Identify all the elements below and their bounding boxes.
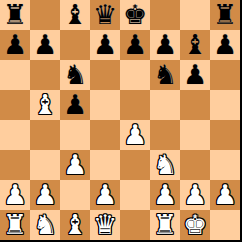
- square-a7[interactable]: ♟: [0, 30, 30, 60]
- square-f4[interactable]: [150, 120, 180, 150]
- square-f2[interactable]: ♟: [150, 180, 180, 210]
- square-e4[interactable]: ♟: [120, 120, 150, 150]
- piece-black-bishop: ♝: [63, 0, 87, 30]
- square-h2[interactable]: ♟: [210, 180, 240, 210]
- square-a6[interactable]: [0, 60, 30, 90]
- square-b6[interactable]: [30, 60, 60, 90]
- square-h1[interactable]: [210, 210, 240, 240]
- square-f8[interactable]: [150, 0, 180, 30]
- piece-black-queen: ♛: [93, 0, 117, 30]
- piece-white-rook: ♜: [153, 210, 177, 240]
- square-b2[interactable]: ♟: [30, 180, 60, 210]
- square-a2[interactable]: ♟: [0, 180, 30, 210]
- chess-board-container: ♜♝♛♚♜♟♟♟♟♟♝♟♞♞♟♝♟♟♟♞♟♟♟♟♟♟♜♞♝♛♜♚: [0, 0, 242, 242]
- square-e3[interactable]: [120, 150, 150, 180]
- square-d3[interactable]: [90, 150, 120, 180]
- square-f5[interactable]: [150, 90, 180, 120]
- square-h5[interactable]: [210, 90, 240, 120]
- square-e8[interactable]: ♚: [120, 0, 150, 30]
- square-d8[interactable]: ♛: [90, 0, 120, 30]
- piece-black-pawn: ♟: [123, 30, 147, 60]
- square-d4[interactable]: [90, 120, 120, 150]
- square-b4[interactable]: [30, 120, 60, 150]
- piece-black-king: ♚: [123, 0, 147, 30]
- square-e5[interactable]: [120, 90, 150, 120]
- piece-black-knight: ♞: [63, 60, 87, 90]
- piece-white-pawn: ♟: [63, 150, 87, 180]
- piece-white-bishop: ♝: [33, 90, 57, 120]
- square-g4[interactable]: [180, 120, 210, 150]
- square-g5[interactable]: [180, 90, 210, 120]
- square-g3[interactable]: [180, 150, 210, 180]
- square-c8[interactable]: ♝: [60, 0, 90, 30]
- square-h8[interactable]: ♜: [210, 0, 240, 30]
- piece-white-pawn: ♟: [123, 120, 147, 150]
- square-g6[interactable]: ♟: [180, 60, 210, 90]
- square-h6[interactable]: [210, 60, 240, 90]
- square-e1[interactable]: [120, 210, 150, 240]
- piece-black-rook: ♜: [213, 0, 237, 30]
- piece-black-bishop: ♝: [183, 30, 207, 60]
- piece-black-pawn: ♟: [153, 30, 177, 60]
- square-h4[interactable]: [210, 120, 240, 150]
- piece-black-pawn: ♟: [63, 90, 87, 120]
- square-a8[interactable]: ♜: [0, 0, 30, 30]
- square-a1[interactable]: ♜: [0, 210, 30, 240]
- piece-white-knight: ♞: [33, 210, 57, 240]
- square-a3[interactable]: [0, 150, 30, 180]
- square-f7[interactable]: ♟: [150, 30, 180, 60]
- square-d1[interactable]: ♛: [90, 210, 120, 240]
- square-b1[interactable]: ♞: [30, 210, 60, 240]
- square-d5[interactable]: [90, 90, 120, 120]
- square-d2[interactable]: ♟: [90, 180, 120, 210]
- square-f6[interactable]: ♞: [150, 60, 180, 90]
- piece-white-queen: ♛: [93, 210, 117, 240]
- square-c2[interactable]: [60, 180, 90, 210]
- piece-black-pawn: ♟: [33, 30, 57, 60]
- square-h3[interactable]: [210, 150, 240, 180]
- square-g1[interactable]: ♚: [180, 210, 210, 240]
- piece-black-knight: ♞: [153, 60, 177, 90]
- square-a4[interactable]: [0, 120, 30, 150]
- piece-white-pawn: ♟: [3, 180, 27, 210]
- piece-black-pawn: ♟: [183, 60, 207, 90]
- square-f1[interactable]: ♜: [150, 210, 180, 240]
- square-c7[interactable]: [60, 30, 90, 60]
- piece-black-pawn: ♟: [213, 30, 237, 60]
- piece-black-pawn: ♟: [3, 30, 27, 60]
- square-e7[interactable]: ♟: [120, 30, 150, 60]
- square-c5[interactable]: ♟: [60, 90, 90, 120]
- square-c1[interactable]: ♝: [60, 210, 90, 240]
- square-e2[interactable]: [120, 180, 150, 210]
- square-c3[interactable]: ♟: [60, 150, 90, 180]
- square-g8[interactable]: [180, 0, 210, 30]
- square-b8[interactable]: [30, 0, 60, 30]
- piece-black-pawn: ♟: [93, 30, 117, 60]
- piece-white-rook: ♜: [3, 210, 27, 240]
- square-c6[interactable]: ♞: [60, 60, 90, 90]
- piece-white-pawn: ♟: [183, 180, 207, 210]
- square-b7[interactable]: ♟: [30, 30, 60, 60]
- piece-white-king: ♚: [183, 210, 207, 240]
- square-b3[interactable]: [30, 150, 60, 180]
- piece-white-pawn: ♟: [153, 180, 177, 210]
- square-e6[interactable]: [120, 60, 150, 90]
- square-d7[interactable]: ♟: [90, 30, 120, 60]
- square-g2[interactable]: ♟: [180, 180, 210, 210]
- piece-white-pawn: ♟: [93, 180, 117, 210]
- square-a5[interactable]: [0, 90, 30, 120]
- piece-white-pawn: ♟: [213, 180, 237, 210]
- square-d6[interactable]: [90, 60, 120, 90]
- square-c4[interactable]: [60, 120, 90, 150]
- piece-black-rook: ♜: [3, 0, 27, 30]
- square-b5[interactable]: ♝: [30, 90, 60, 120]
- square-h7[interactable]: ♟: [210, 30, 240, 60]
- square-g7[interactable]: ♝: [180, 30, 210, 60]
- piece-white-knight: ♞: [153, 150, 177, 180]
- square-f3[interactable]: ♞: [150, 150, 180, 180]
- chess-board: ♜♝♛♚♜♟♟♟♟♟♝♟♞♞♟♝♟♟♟♞♟♟♟♟♟♟♜♞♝♛♜♚: [0, 0, 242, 242]
- piece-white-pawn: ♟: [33, 180, 57, 210]
- piece-white-bishop: ♝: [63, 210, 87, 240]
